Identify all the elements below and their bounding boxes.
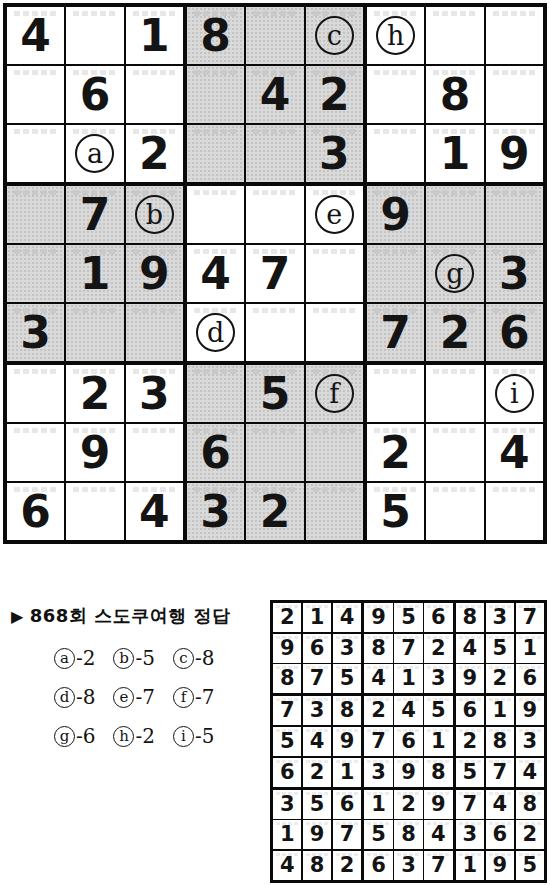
answer-value: -7 (135, 685, 154, 709)
solution-cell-r1c1: 2 (273, 603, 301, 632)
answer-entry-g: g-6 (54, 724, 95, 748)
solution-cell-r9c9: 5 (516, 851, 544, 880)
given-digit: 1 (440, 132, 471, 176)
solution-cell-r1c6: 6 (424, 603, 452, 632)
circled-letter-c: c (315, 16, 354, 55)
sudoku-cell-r7c6[interactable]: f (306, 365, 363, 422)
solution-cell-r2c2: 6 (303, 634, 331, 663)
answer-key-list: a-2b-5c-8d-8e-7f-7g-6h-2i-5 (54, 646, 214, 748)
sudoku-cell-r3c3[interactable]: 2 (126, 125, 183, 182)
sudoku-cell-r2c8[interactable]: 8 (426, 66, 483, 123)
sudoku-cell-r3c8[interactable]: 1 (426, 125, 483, 182)
circled-letter-i: i (173, 726, 194, 747)
solution-cell-r6c6: 8 (424, 758, 452, 787)
solution-cell-r5c8: 8 (486, 727, 514, 756)
given-digit: 4 (20, 14, 51, 58)
solution-box-6: 356197482 (273, 790, 361, 880)
newspaper-sudoku-page: 416a28c423h8197b193e47d9g3726239645f632i… (0, 0, 550, 886)
sudoku-cell-r1c4[interactable]: 8 (187, 7, 244, 64)
given-digit: 6 (499, 311, 530, 355)
circled-letter-b: b (113, 648, 134, 669)
sudoku-cell-r1c8[interactable] (426, 7, 483, 64)
solution-cell-r9c6: 7 (424, 851, 452, 880)
solution-cell-r9c7: 1 (456, 851, 484, 880)
given-digit: 2 (380, 431, 411, 475)
sudoku-box-5: 9g3726 (367, 186, 543, 361)
answer-value: -5 (195, 724, 214, 748)
sudoku-cell-r2c9[interactable] (486, 66, 543, 123)
solution-cell-r9c4: 6 (364, 851, 392, 880)
solution-cell-r8c9: 2 (516, 820, 544, 849)
given-digit: 9 (499, 132, 530, 176)
sudoku-box-1: 8c423 (187, 7, 363, 182)
sudoku-cell-r1c3[interactable]: 1 (126, 7, 183, 64)
sudoku-cell-r4c4[interactable] (187, 186, 244, 243)
sudoku-cell-r6c3[interactable] (126, 304, 183, 361)
solution-cell-r5c3: 9 (333, 727, 361, 756)
solution-cell-r7c1: 3 (273, 790, 301, 819)
sudoku-cell-r6c1[interactable]: 3 (7, 304, 64, 361)
solution-cell-r2c8: 5 (486, 634, 514, 663)
solution-cell-r4c1: 7 (273, 696, 301, 725)
solution-cell-r7c3: 6 (333, 790, 361, 819)
sudoku-cell-r4c7[interactable]: 9 (367, 186, 424, 243)
solution-cell-r3c2: 7 (303, 664, 331, 693)
solution-cell-r2c5: 7 (394, 634, 422, 663)
solution-cell-r8c1: 1 (273, 820, 301, 849)
sudoku-cell-r3c6[interactable]: 3 (306, 125, 363, 182)
sudoku-cell-r1c6[interactable]: c (306, 7, 363, 64)
sudoku-cell-r7c9[interactable]: i (486, 365, 543, 422)
solution-cell-r2c6: 2 (424, 634, 452, 663)
circled-letter-d: d (196, 313, 235, 352)
sudoku-cell-r9c7[interactable]: 5 (367, 483, 424, 540)
sudoku-box-6: 23964 (7, 365, 183, 540)
solution-box-7: 129584637 (364, 790, 452, 880)
sudoku-cell-r6c2[interactable] (66, 304, 123, 361)
sudoku-cell-r7c3[interactable]: 3 (126, 365, 183, 422)
circled-letter-f: f (173, 687, 194, 708)
solution-cell-r3c4: 4 (364, 664, 392, 693)
sudoku-cell-r9c1[interactable]: 6 (7, 483, 64, 540)
solution-cell-r4c5: 4 (394, 696, 422, 725)
solution-cell-r6c9: 4 (516, 758, 544, 787)
given-digit: 3 (200, 490, 231, 534)
sudoku-cell-r4c9[interactable] (486, 186, 543, 243)
given-digit: 9 (380, 193, 411, 237)
solution-cell-r2c1: 9 (273, 634, 301, 663)
answer-heading: ▶868회 스도쿠여행 정답 (11, 604, 230, 628)
solution-cell-r4c6: 5 (424, 696, 452, 725)
answer-entry-b: b-5 (113, 646, 154, 670)
sudoku-cell-r8c3[interactable] (126, 424, 183, 481)
solution-cell-r1c2: 1 (303, 603, 331, 632)
solution-cell-r6c3: 1 (333, 758, 361, 787)
solution-cell-r5c6: 1 (424, 727, 452, 756)
solution-cell-r7c9: 8 (516, 790, 544, 819)
sudoku-cell-r1c5[interactable] (246, 7, 303, 64)
answer-value: -2 (135, 724, 154, 748)
sudoku-cell-r6c5[interactable] (246, 304, 303, 361)
sudoku-cell-r6c6[interactable] (306, 304, 363, 361)
solution-box-2: 837451926 (456, 603, 544, 693)
sudoku-cell-r7c7[interactable] (367, 365, 424, 422)
given-digit: 3 (139, 372, 170, 416)
solution-cell-r1c7: 8 (456, 603, 484, 632)
sudoku-cell-r7c1[interactable] (7, 365, 64, 422)
given-digit: 2 (260, 490, 291, 534)
solution-cell-r3c7: 9 (456, 664, 484, 693)
sudoku-cell-r1c1[interactable]: 4 (7, 7, 64, 64)
solution-cell-r7c6: 9 (424, 790, 452, 819)
solution-cell-r5c4: 7 (364, 727, 392, 756)
given-digit: 7 (80, 193, 111, 237)
sudoku-cell-r7c8[interactable] (426, 365, 483, 422)
solution-cell-r7c4: 1 (364, 790, 392, 819)
answer-entry-f: f-7 (173, 685, 214, 709)
answer-value: -7 (195, 685, 214, 709)
solution-cell-r2c4: 8 (364, 634, 392, 663)
sudoku-cell-r8c1[interactable] (7, 424, 64, 481)
solution-cell-r8c2: 9 (303, 820, 331, 849)
sudoku-cell-r4c1[interactable] (7, 186, 64, 243)
solution-cell-r3c8: 2 (486, 664, 514, 693)
sudoku-cell-r9c6[interactable] (306, 483, 363, 540)
sudoku-cell-r6c4[interactable]: d (187, 304, 244, 361)
sudoku-box-0: 416a2 (7, 7, 183, 182)
sudoku-cell-r2c2[interactable]: 6 (66, 66, 123, 123)
circled-letter-h: h (376, 16, 415, 55)
solution-cell-r1c3: 4 (333, 603, 361, 632)
solution-cell-r7c2: 5 (303, 790, 331, 819)
circled-letter-d: d (54, 687, 75, 708)
sudoku-cell-r3c2[interactable]: a (66, 125, 123, 182)
given-digit: 6 (200, 431, 231, 475)
sudoku-cell-r2c4[interactable] (187, 66, 244, 123)
solution-cell-r6c4: 3 (364, 758, 392, 787)
given-digit: 1 (80, 252, 111, 296)
solution-cell-r9c3: 2 (333, 851, 361, 880)
circled-letter-g: g (54, 726, 75, 747)
sudoku-cell-r5c8[interactable]: g (426, 245, 483, 302)
sudoku-cell-r6c9[interactable]: 6 (486, 304, 543, 361)
solution-cell-r3c5: 1 (394, 664, 422, 693)
answer-entry-a: a-2 (54, 646, 95, 670)
sudoku-cell-r3c1[interactable] (7, 125, 64, 182)
solution-cell-r6c7: 5 (456, 758, 484, 787)
solution-cell-r3c1: 8 (273, 664, 301, 693)
solution-cell-r8c6: 4 (424, 820, 452, 849)
solution-cell-r8c5: 8 (394, 820, 422, 849)
sudoku-cell-r2c7[interactable] (367, 66, 424, 123)
solution-cell-r6c8: 7 (486, 758, 514, 787)
answer-value: -8 (76, 685, 95, 709)
circled-letter-e: e (113, 687, 134, 708)
sudoku-cell-r4c8[interactable] (426, 186, 483, 243)
given-digit: 6 (80, 73, 111, 117)
sudoku-cell-r4c6[interactable]: e (306, 186, 363, 243)
solution-box-4: 245761398 (364, 696, 452, 786)
answer-value: -5 (135, 646, 154, 670)
solution-cell-r1c9: 7 (516, 603, 544, 632)
sudoku-cell-r6c8[interactable]: 2 (426, 304, 483, 361)
sudoku-cell-r5c1[interactable] (7, 245, 64, 302)
solution-cell-r5c2: 4 (303, 727, 331, 756)
sudoku-cell-r9c3[interactable]: 4 (126, 483, 183, 540)
solution-box-3: 738549621 (273, 696, 361, 786)
circled-letter-g: g (435, 254, 474, 293)
solution-cell-r4c9: 9 (516, 696, 544, 725)
sudoku-cell-r2c6[interactable]: 2 (306, 66, 363, 123)
sudoku-cell-r3c9[interactable]: 9 (486, 125, 543, 182)
solution-cell-r7c7: 7 (456, 790, 484, 819)
sudoku-cell-r2c1[interactable] (7, 66, 64, 123)
solution-cell-r1c5: 5 (394, 603, 422, 632)
sudoku-box-3: 7b193 (7, 186, 183, 361)
given-digit: 9 (80, 431, 111, 475)
solution-box-1: 956872413 (364, 603, 452, 693)
sudoku-cell-r3c4[interactable] (187, 125, 244, 182)
given-digit: 2 (80, 372, 111, 416)
sudoku-cell-r1c9[interactable] (486, 7, 543, 64)
sudoku-box-4: e47d (187, 186, 363, 361)
sudoku-cell-r6c7[interactable]: 7 (367, 304, 424, 361)
solution-cell-r5c5: 6 (394, 727, 422, 756)
sudoku-cell-r5c3[interactable]: 9 (126, 245, 183, 302)
sudoku-cell-r5c6[interactable] (306, 245, 363, 302)
sudoku-cell-r1c7[interactable]: h (367, 7, 424, 64)
given-digit: 4 (200, 252, 231, 296)
solution-cell-r8c8: 6 (486, 820, 514, 849)
given-digit: 3 (319, 132, 350, 176)
answer-entry-h: h-2 (113, 724, 154, 748)
sudoku-cell-r5c2[interactable]: 1 (66, 245, 123, 302)
answer-entry-d: d-8 (54, 685, 95, 709)
solution-cell-r3c6: 3 (424, 664, 452, 693)
given-digit: 2 (440, 311, 471, 355)
given-digit: 3 (499, 252, 530, 296)
circled-letter-i: i (495, 374, 534, 413)
circled-letter-a: a (54, 648, 75, 669)
sudoku-cell-r5c7[interactable] (367, 245, 424, 302)
solution-cell-r4c2: 3 (303, 696, 331, 725)
solution-cell-r9c8: 9 (486, 851, 514, 880)
solution-cell-r5c9: 3 (516, 727, 544, 756)
solution-cell-r8c3: 7 (333, 820, 361, 849)
solution-cell-r1c8: 3 (486, 603, 514, 632)
solution-box-0: 214963875 (273, 603, 361, 693)
solution-cell-r4c7: 6 (456, 696, 484, 725)
given-digit: 6 (20, 490, 51, 534)
solution-cell-r9c1: 4 (273, 851, 301, 880)
given-digit: 7 (260, 252, 291, 296)
solution-cell-r7c8: 4 (486, 790, 514, 819)
answer-value: -8 (195, 646, 214, 670)
solution-cell-r5c7: 2 (456, 727, 484, 756)
sudoku-cell-r9c9[interactable] (486, 483, 543, 540)
solution-cell-r2c9: 1 (516, 634, 544, 663)
solution-box-8: 748362195 (456, 790, 544, 880)
sudoku-puzzle-grid: 416a28c423h8197b193e47d9g3726239645f632i… (3, 3, 547, 544)
solution-cell-r8c7: 3 (456, 820, 484, 849)
sudoku-cell-r4c3[interactable]: b (126, 186, 183, 243)
sudoku-cell-r8c4[interactable]: 6 (187, 424, 244, 481)
sudoku-cell-r4c2[interactable]: 7 (66, 186, 123, 243)
answer-entry-c: c-8 (173, 646, 214, 670)
given-digit: 4 (499, 431, 530, 475)
solution-cell-r8c4: 5 (364, 820, 392, 849)
sudoku-cell-r7c5[interactable]: 5 (246, 365, 303, 422)
solution-cell-r6c2: 2 (303, 758, 331, 787)
sudoku-cell-r8c2[interactable]: 9 (66, 424, 123, 481)
sudoku-cell-r9c2[interactable] (66, 483, 123, 540)
solution-cell-r7c5: 2 (394, 790, 422, 819)
solution-box-5: 619283574 (456, 696, 544, 786)
given-digit: 5 (260, 372, 291, 416)
answer-entry-i: i-5 (173, 724, 214, 748)
given-digit: 8 (200, 14, 231, 58)
given-digit: 2 (139, 132, 170, 176)
sudoku-box-8: i245 (367, 365, 543, 540)
sudoku-cell-r7c4[interactable] (187, 365, 244, 422)
circled-letter-b: b (135, 195, 174, 234)
sudoku-cell-r7c2[interactable]: 2 (66, 365, 123, 422)
given-digit: 7 (380, 311, 411, 355)
solution-cell-r4c4: 2 (364, 696, 392, 725)
sudoku-cell-r1c2[interactable] (66, 7, 123, 64)
sudoku-cell-r9c4[interactable]: 3 (187, 483, 244, 540)
solution-cell-r4c3: 8 (333, 696, 361, 725)
sudoku-box-7: 5f632 (187, 365, 363, 540)
sudoku-cell-r5c4[interactable]: 4 (187, 245, 244, 302)
answer-value: -2 (76, 646, 95, 670)
sudoku-cell-r4c5[interactable] (246, 186, 303, 243)
sudoku-cell-r9c5[interactable]: 2 (246, 483, 303, 540)
given-digit: 3 (20, 311, 51, 355)
sudoku-cell-r3c5[interactable] (246, 125, 303, 182)
given-digit: 9 (139, 252, 170, 296)
given-digit: 2 (319, 73, 350, 117)
solution-cell-r9c5: 3 (394, 851, 422, 880)
sudoku-box-2: h819 (367, 7, 543, 182)
solution-cell-r9c2: 8 (303, 851, 331, 880)
circled-letter-h: h (113, 726, 134, 747)
answer-value: -6 (76, 724, 95, 748)
circled-letter-a: a (75, 134, 114, 173)
given-digit: 1 (139, 14, 170, 58)
sudoku-cell-r9c8[interactable] (426, 483, 483, 540)
sudoku-solution-grid: 2149638759568724138374519267385496212457… (270, 600, 547, 883)
sudoku-cell-r5c5[interactable]: 7 (246, 245, 303, 302)
circled-letter-e: e (315, 195, 354, 234)
solution-cell-r3c3: 5 (333, 664, 361, 693)
sudoku-cell-r3c7[interactable] (367, 125, 424, 182)
given-digit: 8 (440, 73, 471, 117)
solution-cell-r3c9: 6 (516, 664, 544, 693)
sudoku-cell-r8c9[interactable]: 4 (486, 424, 543, 481)
sudoku-cell-r8c5[interactable] (246, 424, 303, 481)
sudoku-cell-r2c3[interactable] (126, 66, 183, 123)
sudoku-cell-r8c7[interactable]: 2 (367, 424, 424, 481)
solution-cell-r6c5: 9 (394, 758, 422, 787)
solution-cell-r4c8: 1 (486, 696, 514, 725)
triangle-marker-icon: ▶ (11, 607, 24, 626)
answer-heading-text: 868회 스도쿠여행 정답 (30, 605, 231, 626)
solution-cell-r1c4: 9 (364, 603, 392, 632)
solution-cell-r5c1: 5 (273, 727, 301, 756)
sudoku-cell-r8c6[interactable] (306, 424, 363, 481)
given-digit: 4 (260, 73, 291, 117)
circled-letter-f: f (315, 374, 354, 413)
answer-entry-e: e-7 (113, 685, 154, 709)
sudoku-cell-r5c9[interactable]: 3 (486, 245, 543, 302)
sudoku-cell-r8c8[interactable] (426, 424, 483, 481)
solution-cell-r2c7: 4 (456, 634, 484, 663)
solution-cell-r2c3: 3 (333, 634, 361, 663)
sudoku-cell-r2c5[interactable]: 4 (246, 66, 303, 123)
solution-cell-r6c1: 6 (273, 758, 301, 787)
given-digit: 5 (380, 490, 411, 534)
circled-letter-c: c (173, 648, 194, 669)
given-digit: 4 (139, 490, 170, 534)
